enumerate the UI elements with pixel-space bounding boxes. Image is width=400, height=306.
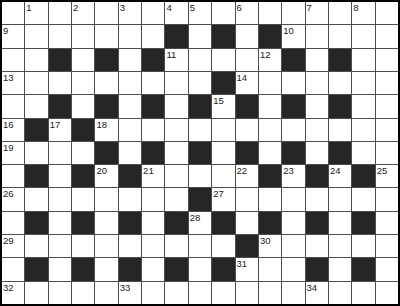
cell-r9c8[interactable]: 28 bbox=[189, 212, 211, 234]
cell-r5c6[interactable] bbox=[142, 119, 164, 141]
cell-r3c6[interactable] bbox=[142, 72, 164, 94]
cell-r7c16[interactable]: 25 bbox=[376, 165, 398, 187]
cell-r8c6[interactable] bbox=[142, 188, 164, 210]
cell-r9c16[interactable] bbox=[376, 212, 398, 234]
black-cell-r1c9 bbox=[212, 25, 234, 47]
black-cell-r4c12 bbox=[282, 95, 304, 117]
cell-r4c7[interactable] bbox=[165, 95, 187, 117]
cell-r10c9[interactable] bbox=[212, 235, 234, 257]
cell-r3c1[interactable] bbox=[25, 72, 47, 94]
cell-r7c6[interactable]: 21 bbox=[142, 165, 164, 187]
cell-r4c16[interactable] bbox=[376, 95, 398, 117]
cell-r3c16[interactable] bbox=[376, 72, 398, 94]
cell-r8c10[interactable] bbox=[236, 188, 258, 210]
cell-r0c6[interactable] bbox=[142, 2, 164, 24]
cell-r6c13[interactable] bbox=[306, 142, 328, 164]
cell-r1c4[interactable] bbox=[95, 25, 117, 47]
cell-r8c3[interactable] bbox=[72, 188, 94, 210]
cell-r9c2[interactable] bbox=[49, 212, 71, 234]
black-cell-r4c6 bbox=[142, 95, 164, 117]
clue-number-29: 29 bbox=[3, 235, 14, 246]
cell-r6c1[interactable] bbox=[25, 142, 47, 164]
black-cell-r10c10 bbox=[236, 235, 258, 257]
black-cell-r2c14 bbox=[329, 49, 351, 71]
cell-r10c14[interactable] bbox=[329, 235, 351, 257]
cell-r0c13[interactable]: 7 bbox=[306, 2, 328, 24]
clue-number-5: 5 bbox=[190, 2, 195, 13]
cell-r7c12[interactable]: 23 bbox=[282, 165, 304, 187]
cell-r1c6[interactable] bbox=[142, 25, 164, 47]
cell-r0c7[interactable]: 4 bbox=[165, 2, 187, 24]
clue-number-16: 16 bbox=[3, 119, 14, 130]
cell-r1c15[interactable] bbox=[352, 25, 374, 47]
cell-r5c16[interactable] bbox=[376, 119, 398, 141]
cell-r11c14[interactable] bbox=[329, 258, 351, 280]
cell-r6c0[interactable]: 19 bbox=[2, 142, 24, 164]
cell-r9c12[interactable] bbox=[282, 212, 304, 234]
clue-number-9: 9 bbox=[3, 25, 8, 36]
cell-r11c10[interactable]: 31 bbox=[236, 258, 258, 280]
black-cell-r11c13 bbox=[306, 258, 328, 280]
cell-r0c9[interactable] bbox=[212, 2, 234, 24]
black-cell-r1c11 bbox=[259, 25, 281, 47]
black-cell-r4c8 bbox=[189, 95, 211, 117]
cell-r3c2[interactable] bbox=[49, 72, 71, 94]
black-cell-r3c9 bbox=[212, 72, 234, 94]
cell-r10c16[interactable] bbox=[376, 235, 398, 257]
black-cell-r6c12 bbox=[282, 142, 304, 164]
cell-r12c5[interactable]: 33 bbox=[119, 282, 141, 304]
clue-number-12: 12 bbox=[260, 49, 271, 60]
crossword-grid: 1234567891011121314151617181920212223242… bbox=[0, 0, 400, 306]
cell-r11c0[interactable] bbox=[2, 258, 24, 280]
cell-r5c15[interactable] bbox=[352, 119, 374, 141]
cell-r3c11[interactable] bbox=[259, 72, 281, 94]
clue-number-4: 4 bbox=[166, 2, 171, 13]
cell-r11c16[interactable] bbox=[376, 258, 398, 280]
black-cell-r9c1 bbox=[25, 212, 47, 234]
cell-r1c10[interactable] bbox=[236, 25, 258, 47]
cell-r12c12[interactable] bbox=[282, 282, 304, 304]
cell-r2c7[interactable]: 11 bbox=[165, 49, 187, 71]
cell-r3c8[interactable] bbox=[189, 72, 211, 94]
cell-r0c16[interactable] bbox=[376, 2, 398, 24]
cell-r9c14[interactable] bbox=[329, 212, 351, 234]
cell-r10c0[interactable]: 29 bbox=[2, 235, 24, 257]
cell-r8c4[interactable] bbox=[95, 188, 117, 210]
cell-r7c14[interactable]: 24 bbox=[329, 165, 351, 187]
cell-r0c8[interactable]: 5 bbox=[189, 2, 211, 24]
cell-r3c7[interactable] bbox=[165, 72, 187, 94]
cell-r2c11[interactable]: 12 bbox=[259, 49, 281, 71]
cell-r11c2[interactable] bbox=[49, 258, 71, 280]
cell-r12c3[interactable] bbox=[72, 282, 94, 304]
cell-r1c5[interactable] bbox=[119, 25, 141, 47]
cell-r12c8[interactable] bbox=[189, 282, 211, 304]
black-cell-r5c1 bbox=[25, 119, 47, 141]
cell-r0c3[interactable]: 2 bbox=[72, 2, 94, 24]
cell-r5c7[interactable] bbox=[165, 119, 187, 141]
clue-number-34: 34 bbox=[307, 282, 318, 293]
black-cell-r11c7 bbox=[165, 258, 187, 280]
clue-number-1: 1 bbox=[26, 2, 31, 13]
cell-r1c0[interactable]: 9 bbox=[2, 25, 24, 47]
cell-r2c10[interactable] bbox=[236, 49, 258, 71]
black-cell-r11c15 bbox=[352, 258, 374, 280]
cell-r1c3[interactable] bbox=[72, 25, 94, 47]
cell-r8c2[interactable] bbox=[49, 188, 71, 210]
cell-r3c14[interactable] bbox=[329, 72, 351, 94]
cell-r12c14[interactable] bbox=[329, 282, 351, 304]
black-cell-r6c4 bbox=[95, 142, 117, 164]
cell-r6c9[interactable] bbox=[212, 142, 234, 164]
cell-r0c14[interactable] bbox=[329, 2, 351, 24]
cell-r5c14[interactable] bbox=[329, 119, 351, 141]
cell-r8c5[interactable] bbox=[119, 188, 141, 210]
black-cell-r2c4 bbox=[95, 49, 117, 71]
cell-r0c2[interactable] bbox=[49, 2, 71, 24]
cell-r12c2[interactable] bbox=[49, 282, 71, 304]
cell-r7c10[interactable]: 22 bbox=[236, 165, 258, 187]
cell-r10c4[interactable] bbox=[95, 235, 117, 257]
cell-r3c13[interactable] bbox=[306, 72, 328, 94]
cell-r1c12[interactable]: 10 bbox=[282, 25, 304, 47]
black-cell-r2c6 bbox=[142, 49, 164, 71]
cell-r4c15[interactable] bbox=[352, 95, 374, 117]
cell-r8c1[interactable] bbox=[25, 188, 47, 210]
cell-r6c15[interactable] bbox=[352, 142, 374, 164]
cell-r12c1[interactable] bbox=[25, 282, 47, 304]
cell-r7c4[interactable]: 20 bbox=[95, 165, 117, 187]
clue-number-8: 8 bbox=[353, 2, 358, 13]
cell-r9c0[interactable] bbox=[2, 212, 24, 234]
clue-number-17: 17 bbox=[50, 119, 61, 130]
cell-r2c0[interactable] bbox=[2, 49, 24, 71]
cell-r8c16[interactable] bbox=[376, 188, 398, 210]
cell-r0c11[interactable] bbox=[259, 2, 281, 24]
clue-number-6: 6 bbox=[237, 2, 242, 13]
cell-r12c4[interactable] bbox=[95, 282, 117, 304]
black-cell-r4c2 bbox=[49, 95, 71, 117]
cell-r3c4[interactable] bbox=[95, 72, 117, 94]
clue-number-7: 7 bbox=[307, 2, 312, 13]
cell-r12c15[interactable] bbox=[352, 282, 374, 304]
cell-r5c10[interactable] bbox=[236, 119, 258, 141]
cell-r12c9[interactable] bbox=[212, 282, 234, 304]
cell-r1c1[interactable] bbox=[25, 25, 47, 47]
clue-number-27: 27 bbox=[213, 188, 224, 199]
cell-r3c10[interactable]: 14 bbox=[236, 72, 258, 94]
cell-r1c13[interactable] bbox=[306, 25, 328, 47]
clue-number-18: 18 bbox=[96, 119, 107, 130]
cell-r8c12[interactable] bbox=[282, 188, 304, 210]
cell-r8c0[interactable]: 26 bbox=[2, 188, 24, 210]
cell-r3c0[interactable]: 13 bbox=[2, 72, 24, 94]
black-cell-r11c1 bbox=[25, 258, 47, 280]
black-cell-r6c14 bbox=[329, 142, 351, 164]
black-cell-r9c3 bbox=[72, 212, 94, 234]
cell-r0c0[interactable] bbox=[2, 2, 24, 24]
cell-r8c15[interactable] bbox=[352, 188, 374, 210]
cell-r2c1[interactable] bbox=[25, 49, 47, 71]
clue-number-24: 24 bbox=[330, 165, 341, 176]
cell-r5c4[interactable]: 18 bbox=[95, 119, 117, 141]
black-cell-r9c11 bbox=[259, 212, 281, 234]
cell-r2c3[interactable] bbox=[72, 49, 94, 71]
cell-r4c13[interactable] bbox=[306, 95, 328, 117]
cell-r0c10[interactable]: 6 bbox=[236, 2, 258, 24]
cell-r12c7[interactable] bbox=[165, 282, 187, 304]
cell-r3c12[interactable] bbox=[282, 72, 304, 94]
cell-r10c12[interactable] bbox=[282, 235, 304, 257]
black-cell-r9c15 bbox=[352, 212, 374, 234]
cell-r6c3[interactable] bbox=[72, 142, 94, 164]
clue-number-30: 30 bbox=[260, 235, 271, 246]
clue-number-28: 28 bbox=[190, 212, 201, 223]
cell-r2c8[interactable] bbox=[189, 49, 211, 71]
cell-r2c5[interactable] bbox=[119, 49, 141, 71]
black-cell-r11c5 bbox=[119, 258, 141, 280]
black-cell-r2c2 bbox=[49, 49, 71, 71]
cell-r1c8[interactable] bbox=[189, 25, 211, 47]
cell-r4c5[interactable] bbox=[119, 95, 141, 117]
cell-r7c9[interactable] bbox=[212, 165, 234, 187]
cell-r10c8[interactable] bbox=[189, 235, 211, 257]
black-cell-r9c13 bbox=[306, 212, 328, 234]
clue-number-3: 3 bbox=[120, 2, 125, 13]
black-cell-r7c5 bbox=[119, 165, 141, 187]
cell-r10c15[interactable] bbox=[352, 235, 374, 257]
cell-r8c9[interactable]: 27 bbox=[212, 188, 234, 210]
clue-number-33: 33 bbox=[120, 282, 131, 293]
cell-r8c14[interactable] bbox=[329, 188, 351, 210]
black-cell-r7c13 bbox=[306, 165, 328, 187]
cell-r4c3[interactable] bbox=[72, 95, 94, 117]
cell-r6c5[interactable] bbox=[119, 142, 141, 164]
cell-r2c9[interactable] bbox=[212, 49, 234, 71]
cell-r7c8[interactable] bbox=[189, 165, 211, 187]
cell-r12c16[interactable] bbox=[376, 282, 398, 304]
cell-r1c16[interactable] bbox=[376, 25, 398, 47]
clue-number-10: 10 bbox=[283, 25, 294, 36]
cell-r5c2[interactable]: 17 bbox=[49, 119, 71, 141]
black-cell-r5c3 bbox=[72, 119, 94, 141]
cell-r5c5[interactable] bbox=[119, 119, 141, 141]
cell-r5c11[interactable] bbox=[259, 119, 281, 141]
cell-r0c1[interactable]: 1 bbox=[25, 2, 47, 24]
black-cell-r6c8 bbox=[189, 142, 211, 164]
clue-number-13: 13 bbox=[3, 72, 14, 83]
black-cell-r11c9 bbox=[212, 258, 234, 280]
cell-r4c11[interactable] bbox=[259, 95, 281, 117]
clue-number-14: 14 bbox=[237, 72, 248, 83]
clue-number-32: 32 bbox=[3, 282, 14, 293]
cell-r12c6[interactable] bbox=[142, 282, 164, 304]
cell-r7c0[interactable] bbox=[2, 165, 24, 187]
cell-r3c3[interactable] bbox=[72, 72, 94, 94]
cell-r7c7[interactable] bbox=[165, 165, 187, 187]
cell-r11c4[interactable] bbox=[95, 258, 117, 280]
cell-r12c11[interactable] bbox=[259, 282, 281, 304]
cell-r12c0[interactable]: 32 bbox=[2, 282, 24, 304]
black-cell-r7c1 bbox=[25, 165, 47, 187]
clue-number-20: 20 bbox=[96, 165, 107, 176]
black-cell-r8c8 bbox=[189, 188, 211, 210]
cell-r4c1[interactable] bbox=[25, 95, 47, 117]
cell-r2c15[interactable] bbox=[352, 49, 374, 71]
clue-number-2: 2 bbox=[73, 2, 78, 13]
cell-r6c11[interactable] bbox=[259, 142, 281, 164]
cell-r3c5[interactable] bbox=[119, 72, 141, 94]
black-cell-r7c11 bbox=[259, 165, 281, 187]
cell-r8c13[interactable] bbox=[306, 188, 328, 210]
clue-number-31: 31 bbox=[237, 258, 248, 269]
cell-r9c4[interactable] bbox=[95, 212, 117, 234]
black-cell-r2c12 bbox=[282, 49, 304, 71]
cell-r5c13[interactable] bbox=[306, 119, 328, 141]
cell-r0c4[interactable] bbox=[95, 2, 117, 24]
cell-r1c14[interactable] bbox=[329, 25, 351, 47]
black-cell-r7c3 bbox=[72, 165, 94, 187]
cell-r6c16[interactable] bbox=[376, 142, 398, 164]
black-cell-r9c5 bbox=[119, 212, 141, 234]
clue-number-26: 26 bbox=[3, 188, 14, 199]
cell-r12c10[interactable] bbox=[236, 282, 258, 304]
cell-r2c16[interactable] bbox=[376, 49, 398, 71]
cell-r5c8[interactable] bbox=[189, 119, 211, 141]
cell-r5c0[interactable]: 16 bbox=[2, 119, 24, 141]
clue-number-22: 22 bbox=[237, 165, 248, 176]
cell-r11c11[interactable] bbox=[259, 258, 281, 280]
cell-r10c1[interactable] bbox=[25, 235, 47, 257]
cell-r5c12[interactable] bbox=[282, 119, 304, 141]
black-cell-r1c7 bbox=[165, 25, 187, 47]
cell-r9c6[interactable] bbox=[142, 212, 164, 234]
cell-r5c9[interactable] bbox=[212, 119, 234, 141]
cell-r6c7[interactable] bbox=[165, 142, 187, 164]
black-cell-r4c10 bbox=[236, 95, 258, 117]
cell-r12c13[interactable]: 34 bbox=[306, 282, 328, 304]
cell-r4c9[interactable]: 15 bbox=[212, 95, 234, 117]
black-cell-r4c14 bbox=[329, 95, 351, 117]
black-cell-r11c3 bbox=[72, 258, 94, 280]
black-cell-r6c6 bbox=[142, 142, 164, 164]
cell-r8c11[interactable] bbox=[259, 188, 281, 210]
cell-r8c7[interactable] bbox=[165, 188, 187, 210]
cell-r0c15[interactable]: 8 bbox=[352, 2, 374, 24]
clue-number-11: 11 bbox=[166, 49, 176, 60]
cell-r2c13[interactable] bbox=[306, 49, 328, 71]
cell-r10c11[interactable]: 30 bbox=[259, 235, 281, 257]
clue-number-19: 19 bbox=[3, 142, 14, 153]
clue-number-21: 21 bbox=[143, 165, 154, 176]
black-cell-r7c15 bbox=[352, 165, 374, 187]
cell-r11c12[interactable] bbox=[282, 258, 304, 280]
black-cell-r4c4 bbox=[95, 95, 117, 117]
clue-number-15: 15 bbox=[213, 95, 224, 106]
cell-r10c2[interactable] bbox=[49, 235, 71, 257]
clue-number-25: 25 bbox=[377, 165, 388, 176]
cell-r7c2[interactable] bbox=[49, 165, 71, 187]
black-cell-r9c9 bbox=[212, 212, 234, 234]
black-cell-r9c7 bbox=[165, 212, 187, 234]
cell-r1c2[interactable] bbox=[49, 25, 71, 47]
cell-r10c3[interactable] bbox=[72, 235, 94, 257]
cell-r11c8[interactable] bbox=[189, 258, 211, 280]
cell-r10c6[interactable] bbox=[142, 235, 164, 257]
cell-r10c13[interactable] bbox=[306, 235, 328, 257]
cell-r0c12[interactable] bbox=[282, 2, 304, 24]
cell-r9c10[interactable] bbox=[236, 212, 258, 234]
clue-number-23: 23 bbox=[283, 165, 294, 176]
cell-r10c5[interactable] bbox=[119, 235, 141, 257]
cell-r0c5[interactable]: 3 bbox=[119, 2, 141, 24]
black-cell-r6c10 bbox=[236, 142, 258, 164]
cell-r3c15[interactable] bbox=[352, 72, 374, 94]
cell-r4c0[interactable] bbox=[2, 95, 24, 117]
cell-r10c7[interactable] bbox=[165, 235, 187, 257]
cell-r6c2[interactable] bbox=[49, 142, 71, 164]
cell-r11c6[interactable] bbox=[142, 258, 164, 280]
